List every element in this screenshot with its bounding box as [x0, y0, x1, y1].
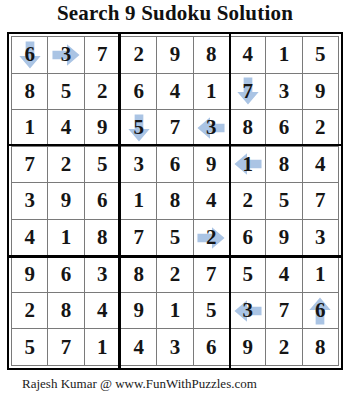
box-divider-vertical-2: [229, 34, 232, 368]
digit: 6: [61, 264, 72, 285]
digit: 6: [24, 44, 35, 65]
digit: 8: [133, 264, 144, 285]
cell-r1c2: 3: [48, 37, 83, 73]
digit: 5: [24, 337, 35, 358]
cell-r6c2: 1: [48, 220, 83, 256]
cell-r1c1: 6: [12, 37, 47, 73]
cell-r6c6: 2: [194, 220, 229, 256]
cell-r8c8: 7: [266, 293, 301, 329]
digit: 3: [315, 227, 326, 248]
cell-r4c3: 5: [85, 147, 120, 183]
digit: 4: [315, 154, 326, 175]
digit: 4: [279, 264, 290, 285]
cell-r9c4: 4: [121, 329, 156, 365]
cell-r6c7: 6: [230, 220, 265, 256]
digit: 7: [61, 337, 72, 358]
digit: 1: [61, 227, 72, 248]
cell-r7c7: 5: [230, 256, 265, 292]
cell-r7c9: 1: [303, 256, 338, 292]
cell-r1c5: 9: [157, 37, 192, 73]
digit: 4: [133, 337, 144, 358]
cell-r8c1: 2: [12, 293, 47, 329]
box-divider-horizontal-1: [9, 144, 341, 147]
digit: 5: [133, 117, 144, 138]
digit: 9: [170, 44, 181, 65]
digit: 3: [24, 190, 35, 211]
cell-r6c4: 7: [121, 220, 156, 256]
cell-r1c6: 8: [194, 37, 229, 73]
cell-r4c5: 6: [157, 147, 192, 183]
cell-r3c7: 8: [230, 110, 265, 146]
digit: 4: [242, 44, 253, 65]
cell-r9c7: 9: [230, 329, 265, 365]
cell-r5c4: 1: [121, 183, 156, 219]
digit: 3: [279, 81, 290, 102]
cell-r3c4: 5: [121, 110, 156, 146]
digit: 9: [315, 81, 326, 102]
digit: 1: [242, 154, 253, 175]
digit: 5: [279, 190, 290, 211]
cell-r4c7: 1: [230, 147, 265, 183]
cell-r5c7: 2: [230, 183, 265, 219]
cell-r9c2: 7: [48, 329, 83, 365]
cell-r9c3: 1: [85, 329, 120, 365]
cell-r5c3: 6: [85, 183, 120, 219]
cell-r9c5: 3: [157, 329, 192, 365]
digit: 5: [315, 44, 326, 65]
cell-r2c1: 8: [12, 74, 47, 110]
digit: 8: [206, 44, 217, 65]
page: Search 9 Sudoku Solution 637298415852641…: [0, 0, 350, 400]
digit: 5: [206, 300, 217, 321]
cell-r2c6: 1: [194, 74, 229, 110]
cell-r2c8: 3: [266, 74, 301, 110]
digit: 9: [206, 154, 217, 175]
cell-r5c5: 8: [157, 183, 192, 219]
cell-r2c4: 6: [121, 74, 156, 110]
cell-r3c1: 1: [12, 110, 47, 146]
digit: 2: [315, 117, 326, 138]
cell-r1c7: 4: [230, 37, 265, 73]
digit: 9: [61, 190, 72, 211]
digit: 2: [24, 300, 35, 321]
cell-r6c3: 8: [85, 220, 120, 256]
cell-r8c2: 8: [48, 293, 83, 329]
cell-r4c6: 9: [194, 147, 229, 183]
digit: 1: [170, 300, 181, 321]
box-divider-horizontal-2: [9, 255, 341, 258]
digit: 3: [242, 300, 253, 321]
digit: 9: [97, 117, 108, 138]
digit: 6: [315, 300, 326, 321]
digit: 2: [133, 44, 144, 65]
digit: 7: [315, 190, 326, 211]
cell-r7c5: 2: [157, 256, 192, 292]
digit: 2: [206, 227, 217, 248]
digit: 8: [24, 81, 35, 102]
digit: 6: [206, 337, 217, 358]
cell-r1c9: 5: [303, 37, 338, 73]
digit: 7: [97, 44, 108, 65]
digit: 7: [242, 81, 253, 102]
digit: 8: [170, 190, 181, 211]
digit: 2: [170, 264, 181, 285]
digit: 5: [61, 81, 72, 102]
digit: 2: [279, 337, 290, 358]
cell-r3c3: 9: [85, 110, 120, 146]
cell-r1c3: 7: [85, 37, 120, 73]
cell-r4c1: 7: [12, 147, 47, 183]
cell-r5c1: 3: [12, 183, 47, 219]
digit: 6: [133, 81, 144, 102]
digit: 8: [242, 117, 253, 138]
cell-r5c8: 5: [266, 183, 301, 219]
digit: 8: [97, 227, 108, 248]
sudoku-grid: 6372984158526417391495738627253691843961…: [11, 36, 339, 366]
cell-r4c4: 3: [121, 147, 156, 183]
digit: 2: [61, 154, 72, 175]
digit: 3: [206, 117, 217, 138]
digit: 5: [242, 264, 253, 285]
digit: 4: [61, 117, 72, 138]
cell-r2c3: 2: [85, 74, 120, 110]
cell-r8c9: 6: [303, 293, 338, 329]
cell-r3c2: 4: [48, 110, 83, 146]
digit: 4: [24, 227, 35, 248]
digit: 9: [24, 264, 35, 285]
cell-r3c5: 7: [157, 110, 192, 146]
cell-r9c6: 6: [194, 329, 229, 365]
cell-r8c5: 1: [157, 293, 192, 329]
digit: 3: [97, 264, 108, 285]
digit: 5: [97, 154, 108, 175]
cell-r9c8: 2: [266, 329, 301, 365]
digit: 5: [170, 227, 181, 248]
cell-r6c5: 5: [157, 220, 192, 256]
cell-r7c1: 9: [12, 256, 47, 292]
digit: 9: [242, 337, 253, 358]
cell-r7c3: 3: [85, 256, 120, 292]
digit: 1: [133, 190, 144, 211]
cell-r3c6: 3: [194, 110, 229, 146]
digit: 6: [242, 227, 253, 248]
cell-r7c6: 7: [194, 256, 229, 292]
digit: 1: [279, 44, 290, 65]
credit-text: Rajesh Kumar @ www.FunWithPuzzles.com: [22, 376, 257, 392]
digit: 8: [279, 154, 290, 175]
sudoku-board: 6372984158526417391495738627253691843961…: [7, 32, 343, 370]
digit: 7: [133, 227, 144, 248]
cell-r6c1: 4: [12, 220, 47, 256]
digit: 4: [170, 81, 181, 102]
digit: 6: [97, 190, 108, 211]
digit: 8: [61, 300, 72, 321]
cell-r7c8: 4: [266, 256, 301, 292]
digit: 2: [242, 190, 253, 211]
cell-r1c8: 1: [266, 37, 301, 73]
digit: 2: [97, 81, 108, 102]
cell-r4c2: 2: [48, 147, 83, 183]
cell-r6c9: 3: [303, 220, 338, 256]
cell-r2c7: 7: [230, 74, 265, 110]
digit: 1: [24, 117, 35, 138]
digit: 7: [206, 264, 217, 285]
cell-r1c4: 2: [121, 37, 156, 73]
puzzle-title: Search 9 Sudoku Solution: [0, 1, 350, 26]
digit: 3: [170, 337, 181, 358]
digit: 3: [133, 154, 144, 175]
cell-r3c8: 6: [266, 110, 301, 146]
cell-r3c9: 2: [303, 110, 338, 146]
digit: 1: [97, 337, 108, 358]
cell-r4c8: 8: [266, 147, 301, 183]
cell-r5c9: 7: [303, 183, 338, 219]
digit: 7: [170, 117, 181, 138]
digit: 4: [206, 190, 217, 211]
digit: 9: [279, 227, 290, 248]
cell-r7c2: 6: [48, 256, 83, 292]
digit: 8: [315, 337, 326, 358]
digit: 6: [279, 117, 290, 138]
cell-r6c8: 9: [266, 220, 301, 256]
cell-r5c6: 4: [194, 183, 229, 219]
cell-r4c9: 4: [303, 147, 338, 183]
digit: 3: [61, 44, 72, 65]
cell-r9c1: 5: [12, 329, 47, 365]
cell-r9c9: 8: [303, 329, 338, 365]
digit: 7: [24, 154, 35, 175]
cell-r2c5: 4: [157, 74, 192, 110]
digit: 4: [97, 300, 108, 321]
cell-r5c2: 9: [48, 183, 83, 219]
cell-r2c9: 9: [303, 74, 338, 110]
cell-r8c6: 5: [194, 293, 229, 329]
digit: 1: [315, 264, 326, 285]
cell-r8c4: 9: [121, 293, 156, 329]
digit: 7: [279, 300, 290, 321]
cell-r8c3: 4: [85, 293, 120, 329]
digit: 6: [170, 154, 181, 175]
cell-r2c2: 5: [48, 74, 83, 110]
digit: 9: [133, 300, 144, 321]
digit: 1: [206, 81, 217, 102]
cell-r8c7: 3: [230, 293, 265, 329]
box-divider-vertical-1: [118, 34, 121, 368]
cell-r7c4: 8: [121, 256, 156, 292]
